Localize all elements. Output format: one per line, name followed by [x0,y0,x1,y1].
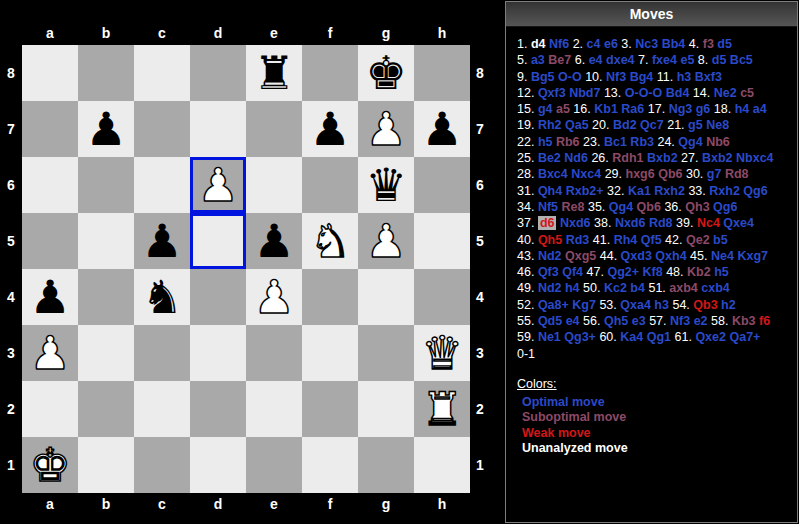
move-number: 41. [593,233,610,247]
move-number: 47. [587,265,604,279]
square-g3 [358,325,414,381]
square-b8 [78,45,134,101]
move[interactable]: Kg7 [572,298,596,312]
move[interactable]: cxb4 [701,281,730,295]
black-rook: ♜ [253,50,294,96]
move[interactable]: Kc2 [604,281,627,295]
move[interactable]: Ng3 [669,102,693,116]
move-number: 13. [604,86,621,100]
move[interactable]: Rb6 [556,135,580,149]
move[interactable]: Qf3 [538,265,559,279]
square-b5 [78,213,134,269]
move-number: 33. [688,184,705,198]
square-e3 [246,325,302,381]
move[interactable]: Qe2 [686,233,710,247]
move-number: 26. [591,151,608,165]
move[interactable]: Qg3+ [564,330,596,344]
move-line: 52. Qa8+ Kg7 53. Qxa4 h3 54. Qb3 h2 [517,297,788,313]
move[interactable]: Nf3 [606,70,626,84]
move[interactable]: e5 [680,53,694,67]
move[interactable]: O-O [558,70,582,84]
move-line: 9. Bg5 O-O 10. Nf3 Bg4 11. h3 Bxf3 [517,69,788,85]
move[interactable]: Rd8 [649,216,673,230]
square-a7 [22,101,78,157]
move-line: 25. Be2 Nd6 26. Rdh1 Bxb2 27. Bxb2 Nbxc4 [517,150,788,166]
square-b6 [78,157,134,213]
move[interactable]: Nbd7 [569,86,600,100]
move[interactable]: Qa8+ [538,298,569,312]
chess-board: ♜♚♟♟♟♟♟♛♟♟♞♟♟♞♟♟♛♜♚ [22,45,470,493]
move[interactable]: Nc4 [697,216,720,230]
move[interactable]: Bxb2 [702,151,733,165]
move[interactable]: Bxb2 [647,151,678,165]
move[interactable]: e3 [632,314,646,328]
move[interactable]: Nd6 [564,151,588,165]
move-number: 7. [638,53,648,67]
move[interactable]: Bxc4 [538,167,568,181]
move[interactable]: Nf5 [538,200,558,214]
rank-labels-right: 87654321 [470,45,490,493]
move-number: 5. [517,53,527,67]
square-g8: ♚ [358,45,414,101]
white-pawn: ♟ [253,274,294,320]
move-number: 44. [600,249,617,263]
square-h2: ♜ [414,381,470,437]
move[interactable]: Qb3 [693,298,717,312]
square-c8 [134,45,190,101]
black-pawn: ♟ [421,106,462,152]
rank-label-5: 5 [470,213,490,269]
move-number: 1. [517,37,527,51]
square-e6 [246,157,302,213]
move[interactable]: Qh4 [538,184,562,198]
move[interactable]: Nxd6 [615,216,646,230]
square-e5: ♟ [246,213,302,269]
move[interactable]: Qd5 [538,314,562,328]
square-c3 [134,325,190,381]
move[interactable]: g6 [696,102,711,116]
selected-move[interactable]: d6 [538,216,557,230]
square-g5: ♟ [358,213,414,269]
move[interactable]: Bg4 [630,70,654,84]
square-f6 [302,157,358,213]
moves-panel-body: 1. d4 Nf6 2. c4 e6 3. Nc3 Bb4 4. f3 d55.… [506,27,797,457]
move[interactable]: Bd4 [666,86,690,100]
square-h8 [414,45,470,101]
move[interactable]: hxg6 [626,167,655,181]
legend-item-weak: Weak move [517,426,788,442]
square-e4: ♟ [246,269,302,325]
move[interactable]: Qxg5 [565,249,596,263]
game-result: 0-1 [517,347,535,361]
square-a1: ♚ [22,437,78,493]
file-label-a: a [22,25,78,43]
move-number: 59. [517,330,534,344]
move-number: 46. [517,265,534,279]
legend-item-optimal: Optimal move [517,395,788,411]
move-number: 6. [575,53,585,67]
square-e8: ♜ [246,45,302,101]
file-label-d: d [190,496,246,514]
move-number: 42. [665,233,682,247]
move[interactable]: Qxe4 [723,216,754,230]
square-b4 [78,269,134,325]
move[interactable]: Nb6 [706,135,730,149]
move-number: 38. [594,216,611,230]
file-labels-bottom: abcdefgh [22,496,470,514]
black-pawn: ♟ [85,106,126,152]
legend-item-unanalyzed: Unanalyzed move [517,441,788,457]
legend-items: Optimal moveSuboptimal moveWeak moveUnan… [517,395,788,457]
move[interactable]: c4 [587,37,601,51]
square-h7: ♟ [414,101,470,157]
move[interactable]: Bxf3 [695,70,722,84]
legend-heading: Colors: [517,376,788,392]
move[interactable]: Rb3 [630,135,654,149]
move-line: 34. Nf5 Re8 35. Qg4 Qb6 36. Qh3 Qg6 [517,199,788,215]
move-number: 45. [690,249,707,263]
square-b7: ♟ [78,101,134,157]
move-number: 22. [517,135,534,149]
move[interactable]: Re8 [562,200,585,214]
move[interactable]: Qa5 [565,118,589,132]
move-number: 9. [517,70,527,84]
move[interactable]: g4 [538,102,553,116]
move-number: 56. [583,314,600,328]
file-label-d: d [190,25,246,43]
move[interactable]: d5 [712,53,727,67]
move[interactable]: d5 [717,37,732,51]
move-number: 43. [517,249,534,263]
square-h3: ♛ [414,325,470,381]
square-h5 [414,213,470,269]
move-line: 37. d6 Nxd6 38. Nxd6 Rd8 39. Nc4 Qxe4 [517,215,788,231]
file-label-f: f [302,25,358,43]
square-d1 [190,437,246,493]
rank-label-6: 6 [0,157,22,213]
move-number: 53. [599,298,616,312]
move-number: 2. [573,37,583,51]
move[interactable]: Ra6 [621,102,644,116]
move[interactable]: h3 [654,298,669,312]
move[interactable]: Ka4 [620,330,643,344]
move[interactable]: Nxc4 [571,167,601,181]
move-line: 55. Qd5 e4 56. Qh5 e3 57. Nf3 e2 58. Kb3… [517,313,788,329]
move-number: 57. [649,314,666,328]
move-number: 31. [517,184,534,198]
move-number: 58. [711,314,728,328]
move[interactable]: Nc3 [635,37,658,51]
move-number: 35. [588,200,605,214]
square-b1 [78,437,134,493]
move[interactable]: Ne2 [714,86,737,100]
move[interactable]: dxe4 [606,53,635,67]
move[interactable]: a5 [556,102,570,116]
move-number: 8. [698,53,708,67]
rank-label-8: 8 [470,45,490,101]
move-number: 28. [517,167,534,181]
move[interactable]: h2 [721,298,736,312]
move[interactable]: Qa7+ [729,330,760,344]
move[interactable]: f6 [759,314,770,328]
move[interactable]: h4 [565,281,580,295]
move[interactable]: Nf6 [549,37,569,51]
move[interactable]: g7 [707,167,722,181]
move[interactable]: h5 [714,265,729,279]
move[interactable]: Qg4 [609,200,633,214]
move[interactable]: Nd2 [538,249,562,263]
black-knight: ♞ [141,274,182,320]
move-number: 37. [517,216,534,230]
move[interactable]: Rxb2+ [566,184,604,198]
black-pawn: ♟ [309,106,350,152]
rank-label-1: 1 [470,437,490,493]
move-line: 43. Nd2 Qxg5 44. Qxd3 Qxh4 45. Ne4 Kxg7 [517,248,788,264]
move[interactable]: Rxh2 [654,184,685,198]
move[interactable]: Qg6 [743,184,767,198]
square-d6: ♟ [190,157,246,213]
square-e7 [246,101,302,157]
rank-labels-left: 87654321 [0,45,22,493]
move[interactable]: Qf4 [562,265,583,279]
file-label-g: g [358,25,414,43]
move[interactable]: Ne1 [538,330,561,344]
move[interactable]: h3 [677,70,692,84]
square-d7 [190,101,246,157]
move[interactable]: Kb3 [732,314,756,328]
square-a3: ♟ [22,325,78,381]
rank-label-4: 4 [0,269,22,325]
white-pawn: ♟ [365,218,406,264]
move-number: 21. [667,118,684,132]
move[interactable]: Qxh4 [655,249,686,263]
move[interactable]: Qh3 [685,200,709,214]
move-number: 25. [517,151,534,165]
rank-label-8: 8 [0,45,22,101]
move[interactable]: Nd2 [538,281,562,295]
move[interactable]: Rd8 [725,167,749,181]
move-line: 12. Qxf3 Nbd7 13. O-O-O Bd4 14. Ne2 c5 [517,85,788,101]
move-number: 51. [648,281,665,295]
move-line: 15. g4 a5 16. Kb1 Ra6 17. Ng3 g6 18. h4 … [517,101,788,117]
move[interactable]: Bc5 [730,53,753,67]
file-label-f: f [302,496,358,514]
move[interactable]: e6 [604,37,618,51]
move-line: 49. Nd2 h4 50. Kc2 b4 51. axb4 cxb4 [517,280,788,296]
rank-label-1: 1 [0,437,22,493]
move[interactable]: g5 [688,118,703,132]
move[interactable]: Qxe2 [695,330,726,344]
move[interactable]: Qg2+ [607,265,639,279]
move-number: 17. [648,102,665,116]
move[interactable]: Qh5 [604,314,628,328]
move-number: 16. [573,102,590,116]
square-a4: ♟ [22,269,78,325]
move-number: 23. [583,135,600,149]
square-a8 [22,45,78,101]
move[interactable]: Bb4 [662,37,686,51]
file-label-h: h [414,25,470,43]
move-number: 3. [621,37,631,51]
move[interactable]: f3 [703,37,714,51]
rank-label-6: 6 [470,157,490,213]
square-h4 [414,269,470,325]
move[interactable]: Bd2 [613,118,637,132]
square-e2 [246,381,302,437]
move[interactable]: b4 [630,281,645,295]
move-line: 31. Qh4 Rxb2+ 32. Ka1 Rxh2 33. Rxh2 Qg6 [517,183,788,199]
move[interactable]: Ka1 [628,184,651,198]
square-g2 [358,381,414,437]
move[interactable]: Nbxc4 [736,151,774,165]
move[interactable]: Qf5 [641,233,662,247]
file-label-b: b [78,25,134,43]
move-line: 19. Rh2 Qa5 20. Bd2 Qc7 21. g5 Ne8 [517,117,788,133]
move[interactable]: Bg5 [531,70,555,84]
move[interactable]: Be2 [538,151,561,165]
square-g6: ♛ [358,157,414,213]
file-label-g: g [358,496,414,514]
rank-label-2: 2 [470,381,490,437]
black-pawn: ♟ [29,274,70,320]
move-number: 55. [517,314,534,328]
square-f8 [302,45,358,101]
move[interactable]: Rdh1 [612,151,643,165]
move[interactable]: Rh4 [614,233,638,247]
move[interactable]: O-O-O [625,86,663,100]
square-g4 [358,269,414,325]
square-d2 [190,381,246,437]
file-labels-top: abcdefgh [22,25,470,43]
move-number: 14. [693,86,710,100]
move[interactable]: h4 [735,102,750,116]
move-number: 11. [657,70,673,84]
square-a5 [22,213,78,269]
move-line: 59. Ne1 Qg3+ 60. Ka4 Qg1 61. Qxe2 Qa7+ [517,329,788,345]
move[interactable]: h5 [538,135,553,149]
move[interactable]: Be7 [548,53,571,67]
file-label-b: b [78,496,134,514]
square-f1 [302,437,358,493]
move-number: 30. [686,167,703,181]
move-number: 36. [664,200,681,214]
move-number: 54. [672,298,689,312]
square-a6 [22,157,78,213]
color-legend: Colors: Optimal moveSuboptimal moveWeak … [517,376,788,457]
black-pawn: ♟ [141,218,182,264]
rank-label-7: 7 [470,101,490,157]
move[interactable]: Rd3 [566,233,590,247]
file-label-e: e [246,496,302,514]
move[interactable]: Nf3 [670,314,690,328]
white-rook: ♜ [421,386,462,432]
move[interactable]: b5 [713,233,728,247]
move-number: 15. [517,102,534,116]
move[interactable]: Nxd6 [560,216,591,230]
square-c5: ♟ [134,213,190,269]
move-line: 0-1 [517,346,788,362]
move-number: 32. [607,184,624,198]
rank-label-2: 2 [0,381,22,437]
move[interactable]: a3 [531,53,545,67]
move[interactable]: Ne8 [706,118,729,132]
move-number: 20. [592,118,609,132]
move[interactable]: Bc1 [604,135,627,149]
white-king: ♚ [29,442,70,488]
file-label-h: h [414,496,470,514]
black-king: ♚ [365,50,406,96]
move[interactable]: Qxa4 [620,298,651,312]
move[interactable]: Kb2 [687,265,711,279]
square-d8 [190,45,246,101]
rank-label-4: 4 [470,269,490,325]
move[interactable]: Kb1 [594,102,618,116]
move[interactable]: c5 [740,86,754,100]
move-number: 29. [605,167,622,181]
move-number: 24. [657,135,674,149]
square-d5 [190,213,246,269]
square-h6 [414,157,470,213]
square-c2 [134,381,190,437]
move[interactable]: Kf8 [643,265,663,279]
file-label-c: c [134,25,190,43]
square-a2 [22,381,78,437]
move[interactable]: d4 [531,37,546,51]
move-number: 52. [517,298,534,312]
move[interactable]: Kxg7 [737,249,768,263]
move-number: 12. [517,86,534,100]
move[interactable]: Qb6 [637,200,661,214]
move[interactable]: Qc7 [640,118,664,132]
move[interactable]: Qg4 [678,135,702,149]
moves-title: Moves [630,6,674,22]
file-label-e: e [246,25,302,43]
move[interactable]: Rxh2 [709,184,740,198]
move[interactable]: Rh2 [538,118,562,132]
black-pawn: ♟ [253,218,294,264]
move[interactable]: Qb6 [658,167,682,181]
move[interactable]: Qg6 [713,200,737,214]
square-g1 [358,437,414,493]
move-number: 50. [583,281,600,295]
square-f3 [302,325,358,381]
file-label-a: a [22,496,78,514]
move-list: 1. d4 Nf6 2. c4 e6 3. Nc3 Bb4 4. f3 d55.… [517,36,788,362]
white-knight: ♞ [309,218,350,264]
move[interactable]: e4 [566,314,580,328]
move-number: 19. [517,118,534,132]
rank-label-7: 7 [0,101,22,157]
move[interactable]: Qh5 [538,233,562,247]
move[interactable]: e2 [694,314,708,328]
square-b3 [78,325,134,381]
square-h1 [414,437,470,493]
move-line: 28. Bxc4 Nxc4 29. hxg6 Qb6 30. g7 Rd8 [517,166,788,182]
move[interactable]: Qg1 [647,330,671,344]
move[interactable]: fxe4 [652,53,677,67]
move[interactable]: a4 [753,102,767,116]
move[interactable]: Qxd3 [621,249,652,263]
move[interactable]: Ne4 [711,249,734,263]
square-e1 [246,437,302,493]
move[interactable]: e4 [589,53,603,67]
move-line: 22. h5 Rb6 23. Bc1 Rb3 24. Qg4 Nb6 [517,134,788,150]
move-line: 1. d4 Nf6 2. c4 e6 3. Nc3 Bb4 4. f3 d5 [517,36,788,52]
move[interactable]: axb4 [669,281,698,295]
move[interactable]: Qxf3 [538,86,566,100]
move-number: 60. [599,330,616,344]
move-number: 10. [585,70,602,84]
